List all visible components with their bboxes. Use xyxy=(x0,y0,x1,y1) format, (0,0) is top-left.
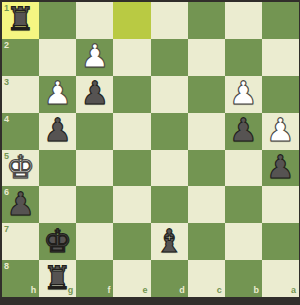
square-b2[interactable] xyxy=(225,39,262,76)
square-f3[interactable]: ♟ xyxy=(76,76,113,113)
square-d6[interactable] xyxy=(151,186,188,223)
square-h5[interactable]: 5♚ xyxy=(2,150,39,187)
square-b3[interactable]: ♟ xyxy=(225,76,262,113)
black-pawn[interactable]: ♟ xyxy=(6,188,35,220)
square-a1[interactable] xyxy=(262,2,299,39)
black-pawn[interactable]: ♟ xyxy=(43,114,72,146)
square-e2[interactable] xyxy=(113,39,150,76)
black-pawn[interactable]: ♟ xyxy=(266,151,295,183)
square-f5[interactable] xyxy=(76,150,113,187)
file-label-f: f xyxy=(107,286,110,295)
square-e7[interactable] xyxy=(113,223,150,260)
square-g1[interactable] xyxy=(39,2,76,39)
white-pawn[interactable]: ♟ xyxy=(80,40,109,72)
file-label-e: e xyxy=(142,286,147,295)
square-b1[interactable] xyxy=(225,2,262,39)
file-label-b: b xyxy=(253,286,259,295)
square-a4[interactable]: ♟ xyxy=(262,113,299,150)
square-c6[interactable] xyxy=(188,186,225,223)
square-f8[interactable]: f xyxy=(76,260,113,297)
rank-label-3: 3 xyxy=(4,78,9,87)
black-bishop[interactable]: ♝ xyxy=(155,225,184,257)
square-g4[interactable]: ♟ xyxy=(39,113,76,150)
square-d7[interactable]: ♝ xyxy=(151,223,188,260)
square-a3[interactable] xyxy=(262,76,299,113)
square-c1[interactable] xyxy=(188,2,225,39)
white-king[interactable]: ♚ xyxy=(6,151,35,183)
rank-label-8: 8 xyxy=(4,262,9,271)
square-c7[interactable] xyxy=(188,223,225,260)
square-a6[interactable] xyxy=(262,186,299,223)
square-d1[interactable] xyxy=(151,2,188,39)
square-g3[interactable]: ♟ xyxy=(39,76,76,113)
square-d8[interactable]: d xyxy=(151,260,188,297)
rank-label-7: 7 xyxy=(4,225,9,234)
square-a8[interactable]: a xyxy=(262,260,299,297)
square-g6[interactable] xyxy=(39,186,76,223)
square-c5[interactable] xyxy=(188,150,225,187)
square-e4[interactable] xyxy=(113,113,150,150)
square-a2[interactable] xyxy=(262,39,299,76)
square-e8[interactable]: e xyxy=(113,260,150,297)
square-d2[interactable] xyxy=(151,39,188,76)
square-h6[interactable]: 6♟ xyxy=(2,186,39,223)
square-g8[interactable]: g♜ xyxy=(39,260,76,297)
square-c3[interactable] xyxy=(188,76,225,113)
square-e6[interactable] xyxy=(113,186,150,223)
black-pawn[interactable]: ♟ xyxy=(229,114,258,146)
black-king[interactable]: ♚ xyxy=(43,225,72,257)
chess-board: 1♜2♟3♟♟♟4♟♟♟5♚♟6♟7♚♝8hg♜fedcba xyxy=(2,2,299,297)
square-h3[interactable]: 3 xyxy=(2,76,39,113)
square-e5[interactable] xyxy=(113,150,150,187)
white-pawn[interactable]: ♟ xyxy=(229,77,258,109)
square-c2[interactable] xyxy=(188,39,225,76)
square-e3[interactable] xyxy=(113,76,150,113)
black-pawn[interactable]: ♟ xyxy=(80,77,109,109)
square-f4[interactable] xyxy=(76,113,113,150)
square-c8[interactable]: c xyxy=(188,260,225,297)
square-g2[interactable] xyxy=(39,39,76,76)
black-rook[interactable]: ♜ xyxy=(43,262,72,294)
square-h4[interactable]: 4 xyxy=(2,113,39,150)
square-b7[interactable] xyxy=(225,223,262,260)
square-h1[interactable]: 1♜ xyxy=(2,2,39,39)
square-f7[interactable] xyxy=(76,223,113,260)
file-label-d: d xyxy=(179,286,185,295)
file-label-c: c xyxy=(217,286,222,295)
square-a5[interactable]: ♟ xyxy=(262,150,299,187)
square-h2[interactable]: 2 xyxy=(2,39,39,76)
square-e1[interactable] xyxy=(113,2,150,39)
white-pawn[interactable]: ♟ xyxy=(266,114,295,146)
black-rook[interactable]: ♜ xyxy=(6,3,35,35)
white-pawn[interactable]: ♟ xyxy=(43,77,72,109)
square-b5[interactable] xyxy=(225,150,262,187)
rank-label-4: 4 xyxy=(4,115,9,124)
square-g7[interactable]: ♚ xyxy=(39,223,76,260)
square-d5[interactable] xyxy=(151,150,188,187)
square-d4[interactable] xyxy=(151,113,188,150)
square-b6[interactable] xyxy=(225,186,262,223)
file-label-h: h xyxy=(31,286,37,295)
square-f2[interactable]: ♟ xyxy=(76,39,113,76)
square-h8[interactable]: 8h xyxy=(2,260,39,297)
square-b8[interactable]: b xyxy=(225,260,262,297)
square-a7[interactable] xyxy=(262,223,299,260)
square-f1[interactable] xyxy=(76,2,113,39)
square-g5[interactable] xyxy=(39,150,76,187)
square-b4[interactable]: ♟ xyxy=(225,113,262,150)
square-h7[interactable]: 7 xyxy=(2,223,39,260)
square-f6[interactable] xyxy=(76,186,113,223)
file-label-a: a xyxy=(291,286,296,295)
rank-label-2: 2 xyxy=(4,41,9,50)
square-c4[interactable] xyxy=(188,113,225,150)
square-d3[interactable] xyxy=(151,76,188,113)
